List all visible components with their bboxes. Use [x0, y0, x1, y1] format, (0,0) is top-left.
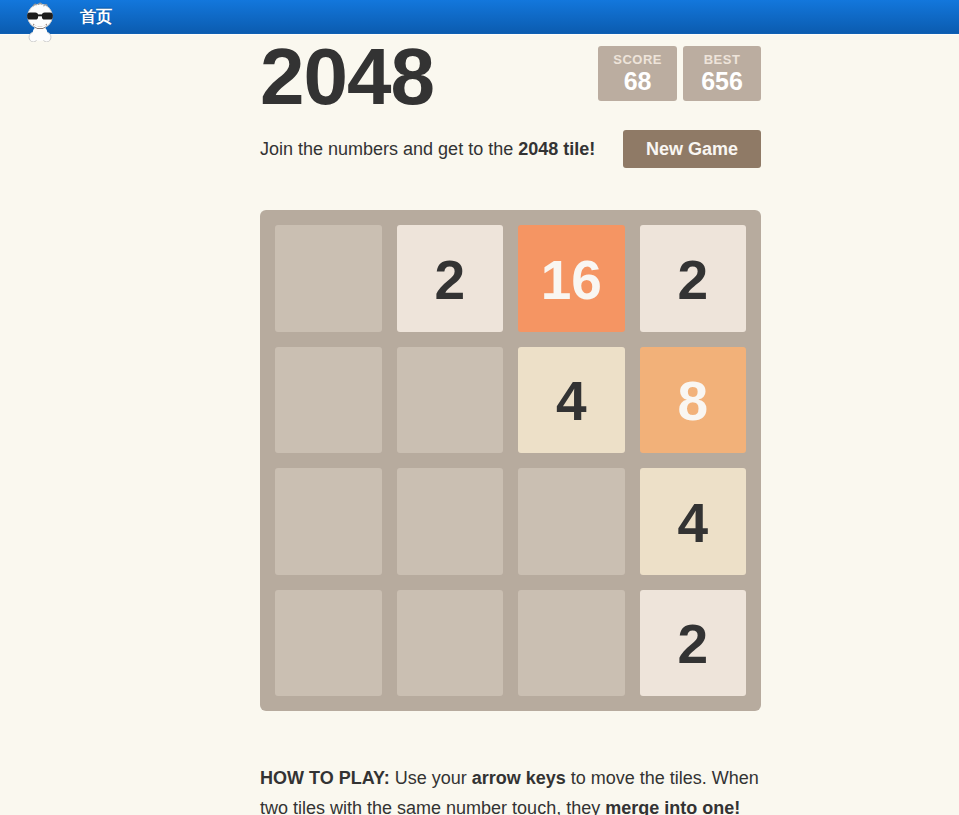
score-label: SCORE: [613, 53, 662, 67]
new-game-button[interactable]: New Game: [623, 130, 761, 168]
subtitle: Join the numbers and get to the 2048 til…: [260, 139, 595, 160]
top-navbar: 首页: [0, 0, 959, 34]
board-cell-empty: [518, 590, 625, 697]
how-to-play-text: HOW TO PLAY: Use your arrow keys to move…: [260, 763, 761, 815]
howto-text-1: Use your: [390, 768, 472, 788]
header-row: 2048 SCORE 68 BEST 656: [260, 45, 761, 109]
subheader-row: Join the numbers and get to the 2048 til…: [260, 130, 761, 168]
tile-2: 2: [640, 225, 747, 332]
board-cell-empty: [397, 590, 504, 697]
avatar[interactable]: [21, 2, 59, 40]
best-box: BEST 656: [683, 46, 761, 101]
nav-home-link[interactable]: 首页: [80, 0, 112, 34]
score-value: 68: [613, 67, 662, 95]
subtitle-text: Join the numbers and get to the: [260, 139, 518, 159]
page-title: 2048: [260, 45, 434, 109]
tile-8: 8: [640, 347, 747, 454]
board-cell-empty: [275, 468, 382, 575]
board-cell-empty: [275, 590, 382, 697]
subtitle-goal: 2048 tile!: [518, 139, 595, 159]
board-cell-empty: [275, 347, 382, 454]
board-cell-empty: [397, 347, 504, 454]
meme-face-sunglasses-icon: [21, 2, 59, 42]
howto-arrow-keys: arrow keys: [472, 768, 566, 788]
score-box: SCORE 68: [598, 46, 677, 101]
howto-merge: merge into one!: [605, 798, 740, 815]
game-container: 2048 SCORE 68 BEST 656 Join the numbers …: [260, 34, 761, 815]
tile-4: 4: [640, 468, 747, 575]
tile-2: 2: [640, 590, 747, 697]
board-cell-empty: [275, 225, 382, 332]
howto-lead: HOW TO PLAY:: [260, 768, 390, 788]
best-label: BEST: [698, 53, 746, 67]
board-cell-empty: [518, 468, 625, 575]
game-board[interactable]: 21624842: [260, 210, 761, 711]
tile-4: 4: [518, 347, 625, 454]
scores: SCORE 68 BEST 656: [598, 46, 761, 101]
tile-2: 2: [397, 225, 504, 332]
board-cell-empty: [397, 468, 504, 575]
best-value: 656: [698, 67, 746, 95]
tile-16: 16: [518, 225, 625, 332]
